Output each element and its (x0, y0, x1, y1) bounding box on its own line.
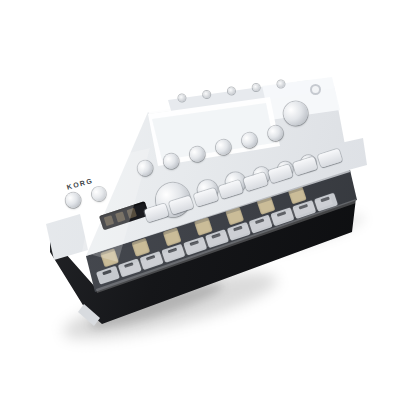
key (96, 266, 120, 285)
product-photo: KORG (0, 0, 400, 400)
audio-jack (277, 80, 285, 88)
audio-jack (203, 91, 211, 99)
audio-jack (178, 94, 186, 102)
cover-hole (310, 84, 321, 95)
knob (64, 191, 82, 209)
audio-jack (252, 84, 260, 92)
audio-jack (228, 87, 236, 95)
